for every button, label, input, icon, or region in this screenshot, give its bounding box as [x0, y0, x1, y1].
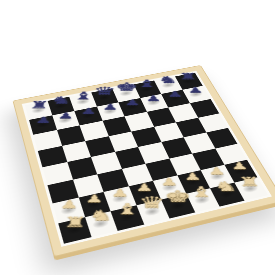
- board-tilt: ♜♞♝♛♚♝♞♜♟♟♟♟♟♟♟♟♟♟♟♟♟♟♟♟♜♞♝♛♚♝♞♜: [13, 65, 275, 257]
- chess-board: [22, 71, 272, 247]
- product-photo: ♜♞♝♛♚♝♞♜♟♟♟♟♟♟♟♟♟♟♟♟♟♟♟♟♜♞♝♛♚♝♞♜: [0, 0, 275, 275]
